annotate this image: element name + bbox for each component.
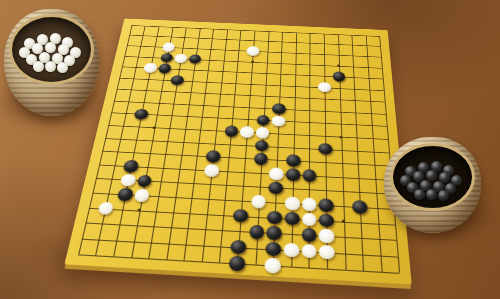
black-stone[interactable] <box>229 256 246 272</box>
bowl-black-stone <box>426 170 437 181</box>
black-stone-bowl <box>384 137 481 233</box>
black-stone[interactable] <box>268 181 283 194</box>
black-stone[interactable] <box>160 53 174 63</box>
black-stone[interactable] <box>205 150 220 162</box>
black-stone[interactable] <box>254 153 269 166</box>
black-stone[interactable] <box>284 211 299 225</box>
white-bowl-opening <box>9 14 94 85</box>
black-stone[interactable] <box>352 200 367 214</box>
grid-line <box>338 34 346 270</box>
white-stone[interactable] <box>301 244 317 259</box>
black-stone[interactable] <box>230 240 246 255</box>
black-stone[interactable] <box>224 125 239 137</box>
white-stone[interactable] <box>204 164 219 177</box>
grid-line <box>184 29 214 261</box>
white-stone[interactable] <box>255 127 269 139</box>
white-stone[interactable] <box>251 195 266 209</box>
black-stone[interactable] <box>286 154 300 167</box>
white-stone[interactable] <box>240 126 254 138</box>
white-stone[interactable] <box>120 173 137 186</box>
grid-line <box>352 35 365 271</box>
grid-line <box>202 29 228 261</box>
grid-line <box>291 32 297 267</box>
black-stone[interactable] <box>301 228 316 243</box>
black-stone[interactable] <box>170 75 184 85</box>
white-stone[interactable] <box>272 115 286 127</box>
white-stone[interactable] <box>319 229 334 244</box>
bowl-black-stone <box>438 190 449 201</box>
black-stone[interactable] <box>256 114 270 125</box>
black-stone[interactable] <box>332 72 345 82</box>
table-surface <box>0 0 500 299</box>
bowl-white-stone <box>45 42 56 53</box>
star-point <box>342 220 345 223</box>
black-stone[interactable] <box>266 242 282 257</box>
white-stone[interactable] <box>285 197 300 211</box>
black-stone[interactable] <box>158 63 172 73</box>
white-stone[interactable] <box>302 212 317 226</box>
black-stone[interactable] <box>319 198 334 212</box>
black-stone[interactable] <box>123 160 139 173</box>
white-stone[interactable] <box>162 42 176 52</box>
white-stone[interactable] <box>174 53 188 63</box>
white-stone[interactable] <box>302 197 317 211</box>
star-point <box>251 61 254 63</box>
bowl-black-stone <box>414 189 425 200</box>
bowl-white-stone <box>57 62 68 73</box>
black-stone[interactable] <box>318 143 332 155</box>
bowl-black-stone <box>426 189 437 200</box>
star-point <box>337 64 340 66</box>
black-stone[interactable] <box>136 174 152 187</box>
white-stone[interactable] <box>318 82 331 93</box>
go-board[interactable] <box>64 19 411 285</box>
black-stone[interactable] <box>286 168 301 181</box>
board-plane <box>64 19 411 285</box>
black-stone[interactable] <box>302 169 316 182</box>
black-bowl-opening <box>390 143 475 211</box>
white-stone-bowl <box>4 9 99 116</box>
black-stone[interactable] <box>255 140 269 152</box>
black-stone[interactable] <box>188 54 202 64</box>
bowl-white-stone <box>45 61 56 72</box>
black-stone[interactable] <box>134 109 149 120</box>
white-stone[interactable] <box>133 189 150 203</box>
white-stone[interactable] <box>97 201 114 215</box>
black-stone[interactable] <box>266 226 282 241</box>
white-stone[interactable] <box>246 46 259 56</box>
black-stone[interactable] <box>319 213 334 227</box>
white-stone[interactable] <box>283 243 299 258</box>
white-stone[interactable] <box>269 167 284 180</box>
white-stone[interactable] <box>319 245 335 260</box>
black-stone[interactable] <box>249 225 265 240</box>
bowl-white-stone <box>33 61 44 72</box>
star-point <box>339 135 342 138</box>
star-point <box>152 126 155 129</box>
white-stone[interactable] <box>143 63 157 73</box>
black-stone[interactable] <box>233 209 249 223</box>
black-stone[interactable] <box>267 210 282 224</box>
black-stone[interactable] <box>272 103 286 114</box>
grid-line <box>365 35 382 272</box>
white-stone[interactable] <box>265 258 281 274</box>
black-stone[interactable] <box>117 188 134 202</box>
